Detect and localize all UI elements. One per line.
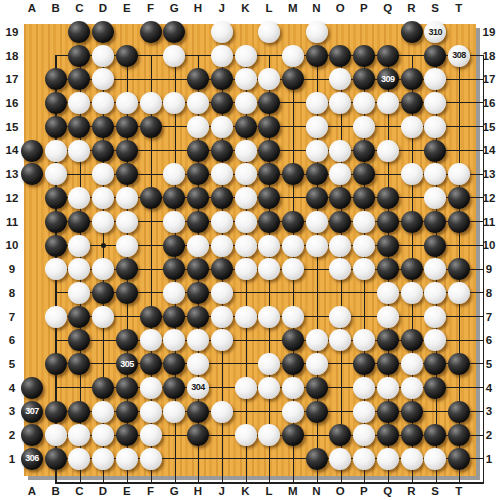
intersection-M3[interactable] (281, 400, 305, 424)
intersection-E18[interactable] (115, 44, 139, 68)
intersection-P8[interactable] (352, 281, 376, 305)
intersection-J8[interactable] (210, 281, 234, 305)
white-stone-S17[interactable] (424, 68, 446, 90)
intersection-T10[interactable] (447, 234, 471, 258)
intersection-Q2[interactable] (376, 423, 400, 447)
black-stone-C3[interactable] (68, 401, 90, 423)
white-stone-N16[interactable] (306, 92, 328, 114)
black-stone-H2[interactable] (187, 424, 209, 446)
black-stone-T12[interactable] (448, 187, 470, 209)
intersection-P16[interactable] (352, 91, 376, 115)
black-stone-E18[interactable] (116, 45, 138, 67)
intersection-L13[interactable] (257, 163, 281, 187)
black-stone-C15[interactable] (68, 116, 90, 138)
black-stone-E15[interactable] (116, 116, 138, 138)
intersection-L11[interactable] (257, 210, 281, 234)
intersection-T6[interactable] (447, 329, 471, 353)
black-stone-O11[interactable] (329, 211, 351, 233)
black-stone-E9[interactable] (116, 258, 138, 280)
white-stone-G3[interactable] (163, 401, 185, 423)
intersection-O8[interactable] (329, 281, 353, 305)
white-stone-K9[interactable] (235, 258, 257, 280)
black-stone-N1[interactable] (306, 448, 328, 470)
black-stone-T2[interactable] (448, 424, 470, 446)
white-stone-J7[interactable] (211, 306, 233, 328)
intersection-T2[interactable] (447, 423, 471, 447)
intersection-F16[interactable] (139, 91, 163, 115)
white-stone-M9[interactable] (282, 258, 304, 280)
white-stone-N6[interactable] (306, 329, 328, 351)
white-stone-T18[interactable]: 308 (448, 45, 470, 67)
intersection-H19[interactable] (186, 20, 210, 44)
white-stone-S12[interactable] (424, 187, 446, 209)
intersection-P9[interactable] (352, 257, 376, 281)
black-stone-G7[interactable] (163, 306, 185, 328)
intersection-P5[interactable] (352, 352, 376, 376)
intersection-E19[interactable] (115, 20, 139, 44)
intersection-R17[interactable] (400, 68, 424, 92)
white-stone-B2[interactable] (45, 424, 67, 446)
black-stone-R17[interactable] (401, 68, 423, 90)
black-stone-T9[interactable] (448, 258, 470, 280)
intersection-K5[interactable] (234, 352, 258, 376)
intersection-L6[interactable] (257, 329, 281, 353)
intersection-T17[interactable] (447, 68, 471, 92)
black-stone-L15[interactable] (258, 116, 280, 138)
intersection-N13[interactable] (305, 163, 329, 187)
intersection-D6[interactable] (91, 329, 115, 353)
intersection-L18[interactable] (257, 44, 281, 68)
intersection-S13[interactable] (423, 163, 447, 187)
intersection-G6[interactable] (163, 329, 187, 353)
black-stone-J17[interactable] (211, 68, 233, 90)
intersection-S4[interactable] (423, 376, 447, 400)
black-stone-M6[interactable] (282, 329, 304, 351)
intersection-T12[interactable] (447, 186, 471, 210)
intersection-P6[interactable] (352, 329, 376, 353)
white-stone-E12[interactable] (116, 187, 138, 209)
intersection-R19[interactable] (400, 20, 424, 44)
white-stone-K16[interactable] (235, 92, 257, 114)
intersection-R11[interactable] (400, 210, 424, 234)
white-stone-O13[interactable] (329, 163, 351, 185)
intersection-G2[interactable] (163, 423, 187, 447)
white-stone-Q16[interactable] (377, 92, 399, 114)
intersection-C9[interactable] (68, 257, 92, 281)
intersection-G12[interactable] (163, 186, 187, 210)
intersection-R12[interactable] (400, 186, 424, 210)
black-stone-Q5[interactable] (377, 353, 399, 375)
black-stone-M13[interactable] (282, 163, 304, 185)
intersection-C4[interactable] (68, 376, 92, 400)
intersection-P4[interactable] (352, 376, 376, 400)
white-stone-D13[interactable] (92, 163, 114, 185)
intersection-O13[interactable] (329, 163, 353, 187)
black-stone-H13[interactable] (187, 163, 209, 185)
intersection-H11[interactable] (186, 210, 210, 234)
intersection-G7[interactable] (163, 305, 187, 329)
intersection-R9[interactable] (400, 257, 424, 281)
intersection-T15[interactable] (447, 115, 471, 139)
intersection-J1[interactable] (210, 447, 234, 471)
intersection-Q13[interactable] (376, 163, 400, 187)
intersection-B11[interactable] (44, 210, 68, 234)
black-stone-A4[interactable] (21, 377, 43, 399)
intersection-R5[interactable] (400, 352, 424, 376)
white-stone-H5[interactable] (187, 353, 209, 375)
black-stone-H8[interactable] (187, 282, 209, 304)
white-stone-P10[interactable] (353, 235, 375, 257)
white-stone-P3[interactable] (353, 401, 375, 423)
intersection-D8[interactable] (91, 281, 115, 305)
intersection-M15[interactable] (281, 115, 305, 139)
intersection-H15[interactable] (186, 115, 210, 139)
white-stone-O9[interactable] (329, 258, 351, 280)
intersection-T14[interactable] (447, 139, 471, 163)
white-stone-J18[interactable] (211, 45, 233, 67)
white-stone-Q7[interactable] (377, 306, 399, 328)
intersection-Q5[interactable] (376, 352, 400, 376)
intersection-J17[interactable] (210, 68, 234, 92)
white-stone-R4[interactable] (401, 377, 423, 399)
intersection-C18[interactable] (68, 44, 92, 68)
intersection-G17[interactable] (163, 68, 187, 92)
intersection-S17[interactable] (423, 68, 447, 92)
white-stone-D9[interactable] (92, 258, 114, 280)
black-stone-E3[interactable] (116, 401, 138, 423)
intersection-H18[interactable] (186, 44, 210, 68)
intersection-L4[interactable] (257, 376, 281, 400)
intersection-K12[interactable] (234, 186, 258, 210)
intersection-P14[interactable] (352, 139, 376, 163)
intersection-O5[interactable] (329, 352, 353, 376)
white-stone-H16[interactable] (187, 92, 209, 114)
black-stone-R19[interactable] (401, 21, 423, 43)
intersection-M13[interactable] (281, 163, 305, 187)
intersection-P7[interactable] (352, 305, 376, 329)
white-stone-P9[interactable] (353, 258, 375, 280)
black-stone-K15[interactable] (235, 116, 257, 138)
intersection-C17[interactable] (68, 68, 92, 92)
intersection-F19[interactable] (139, 20, 163, 44)
black-stone-E8[interactable] (116, 282, 138, 304)
white-stone-K10[interactable] (235, 235, 257, 257)
intersection-P11[interactable] (352, 210, 376, 234)
intersection-M5[interactable] (281, 352, 305, 376)
intersection-T18[interactable]: 308 (447, 44, 471, 68)
intersection-D12[interactable] (91, 186, 115, 210)
black-stone-L12[interactable] (258, 187, 280, 209)
intersection-F11[interactable] (139, 210, 163, 234)
black-stone-B5[interactable] (45, 353, 67, 375)
intersection-R18[interactable] (400, 44, 424, 68)
intersection-D4[interactable] (91, 376, 115, 400)
intersection-L12[interactable] (257, 186, 281, 210)
intersection-K16[interactable] (234, 91, 258, 115)
white-stone-E10[interactable] (116, 235, 138, 257)
white-stone-H6[interactable] (187, 329, 209, 351)
black-stone-E6[interactable] (116, 329, 138, 351)
intersection-S18[interactable] (423, 44, 447, 68)
black-stone-P17[interactable] (353, 68, 375, 90)
intersection-J16[interactable] (210, 91, 234, 115)
intersection-J6[interactable] (210, 329, 234, 353)
black-stone-B1[interactable] (45, 448, 67, 470)
white-stone-S1[interactable] (424, 448, 446, 470)
black-stone-Q6[interactable] (377, 329, 399, 351)
black-stone-Q17[interactable]: 309 (377, 68, 399, 90)
white-stone-L7[interactable] (258, 306, 280, 328)
intersection-F5[interactable] (139, 352, 163, 376)
intersection-N11[interactable] (305, 210, 329, 234)
intersection-J15[interactable] (210, 115, 234, 139)
intersection-Q7[interactable] (376, 305, 400, 329)
black-stone-M11[interactable] (282, 211, 304, 233)
black-stone-B15[interactable] (45, 116, 67, 138)
intersection-G13[interactable] (163, 163, 187, 187)
intersection-E16[interactable] (115, 91, 139, 115)
white-stone-E16[interactable] (116, 92, 138, 114)
white-stone-N14[interactable] (306, 140, 328, 162)
intersection-J19[interactable] (210, 20, 234, 44)
black-stone-H7[interactable] (187, 306, 209, 328)
black-stone-A2[interactable] (21, 424, 43, 446)
intersection-S16[interactable] (423, 91, 447, 115)
white-stone-P11[interactable] (353, 211, 375, 233)
intersection-L15[interactable] (257, 115, 281, 139)
intersection-O11[interactable] (329, 210, 353, 234)
intersection-M8[interactable] (281, 281, 305, 305)
intersection-O1[interactable] (329, 447, 353, 471)
black-stone-L11[interactable] (258, 211, 280, 233)
black-stone-T5[interactable] (448, 353, 470, 375)
intersection-S19[interactable]: 310 (423, 20, 447, 44)
intersection-F17[interactable] (139, 68, 163, 92)
black-stone-G5[interactable] (163, 353, 185, 375)
intersection-H9[interactable] (186, 257, 210, 281)
intersection-G4[interactable] (163, 376, 187, 400)
white-stone-L19[interactable] (258, 21, 280, 43)
white-stone-J11[interactable] (211, 211, 233, 233)
intersection-C12[interactable] (68, 186, 92, 210)
black-stone-T11[interactable] (448, 211, 470, 233)
black-stone-P14[interactable] (353, 140, 375, 162)
white-stone-L4[interactable] (258, 377, 280, 399)
white-stone-B9[interactable] (45, 258, 67, 280)
white-stone-C12[interactable] (68, 187, 90, 209)
intersection-C7[interactable] (68, 305, 92, 329)
intersection-M12[interactable] (281, 186, 305, 210)
white-stone-T13[interactable] (448, 163, 470, 185)
black-stone-R3[interactable] (401, 401, 423, 423)
intersection-S3[interactable] (423, 400, 447, 424)
white-stone-S19[interactable]: 310 (424, 21, 446, 43)
white-stone-K11[interactable] (235, 211, 257, 233)
intersection-B13[interactable] (44, 163, 68, 187)
intersection-Q4[interactable] (376, 376, 400, 400)
intersection-Q11[interactable] (376, 210, 400, 234)
intersection-K3[interactable] (234, 400, 258, 424)
white-stone-D11[interactable] (92, 211, 114, 233)
intersection-N7[interactable] (305, 305, 329, 329)
black-stone-D4[interactable] (92, 377, 114, 399)
intersection-E14[interactable] (115, 139, 139, 163)
intersection-N18[interactable] (305, 44, 329, 68)
intersection-J13[interactable] (210, 163, 234, 187)
black-stone-C6[interactable] (68, 329, 90, 351)
intersection-O4[interactable] (329, 376, 353, 400)
intersection-F9[interactable] (139, 257, 163, 281)
white-stone-M3[interactable] (282, 401, 304, 423)
black-stone-E2[interactable] (116, 424, 138, 446)
intersection-G19[interactable] (163, 20, 187, 44)
black-stone-B10[interactable] (45, 235, 67, 257)
white-stone-S7[interactable] (424, 306, 446, 328)
white-stone-K12[interactable] (235, 187, 257, 209)
black-stone-Q18[interactable] (377, 45, 399, 67)
white-stone-S16[interactable] (424, 92, 446, 114)
intersection-R6[interactable] (400, 329, 424, 353)
intersection-J11[interactable] (210, 210, 234, 234)
white-stone-P15[interactable] (353, 116, 375, 138)
black-stone-A3[interactable]: 307 (21, 401, 43, 423)
intersection-K10[interactable] (234, 234, 258, 258)
white-stone-R15[interactable] (401, 116, 423, 138)
intersection-J10[interactable] (210, 234, 234, 258)
intersection-G5[interactable] (163, 352, 187, 376)
intersection-F8[interactable] (139, 281, 163, 305)
intersection-R15[interactable] (400, 115, 424, 139)
intersection-O15[interactable] (329, 115, 353, 139)
intersection-N17[interactable] (305, 68, 329, 92)
intersection-N3[interactable] (305, 400, 329, 424)
black-stone-D19[interactable] (92, 21, 114, 43)
intersection-P19[interactable] (352, 20, 376, 44)
intersection-L2[interactable] (257, 423, 281, 447)
intersection-F14[interactable] (139, 139, 163, 163)
intersection-B4[interactable] (44, 376, 68, 400)
intersection-E6[interactable] (115, 329, 139, 353)
white-stone-N5[interactable] (306, 353, 328, 375)
intersection-D5[interactable] (91, 352, 115, 376)
intersection-K2[interactable] (234, 423, 258, 447)
black-stone-O12[interactable] (329, 187, 351, 209)
intersection-N9[interactable] (305, 257, 329, 281)
white-stone-L2[interactable] (258, 424, 280, 446)
intersection-H12[interactable] (186, 186, 210, 210)
intersection-S10[interactable] (423, 234, 447, 258)
intersection-P2[interactable] (352, 423, 376, 447)
intersection-K4[interactable] (234, 376, 258, 400)
white-stone-D12[interactable] (92, 187, 114, 209)
white-stone-D18[interactable] (92, 45, 114, 67)
intersection-D18[interactable] (91, 44, 115, 68)
intersection-B16[interactable] (44, 91, 68, 115)
intersection-D1[interactable] (91, 447, 115, 471)
black-stone-S5[interactable] (424, 353, 446, 375)
white-stone-D3[interactable] (92, 401, 114, 423)
intersection-H2[interactable] (186, 423, 210, 447)
white-stone-M4[interactable] (282, 377, 304, 399)
white-stone-M7[interactable] (282, 306, 304, 328)
white-stone-H15[interactable] (187, 116, 209, 138)
intersection-K7[interactable] (234, 305, 258, 329)
black-stone-P5[interactable] (353, 353, 375, 375)
intersection-Q12[interactable] (376, 186, 400, 210)
intersection-G9[interactable] (163, 257, 187, 281)
intersection-J9[interactable] (210, 257, 234, 281)
intersection-E7[interactable] (115, 305, 139, 329)
intersection-L8[interactable] (257, 281, 281, 305)
intersection-H13[interactable] (186, 163, 210, 187)
intersection-P18[interactable] (352, 44, 376, 68)
intersection-G18[interactable] (163, 44, 187, 68)
intersection-L10[interactable] (257, 234, 281, 258)
intersection-G14[interactable] (163, 139, 187, 163)
intersection-E12[interactable] (115, 186, 139, 210)
intersection-Q6[interactable] (376, 329, 400, 353)
intersection-Q19[interactable] (376, 20, 400, 44)
white-stone-T8[interactable] (448, 282, 470, 304)
intersection-N2[interactable] (305, 423, 329, 447)
intersection-S11[interactable] (423, 210, 447, 234)
intersection-E5[interactable]: 305 (115, 352, 139, 376)
star-point-D10[interactable] (91, 234, 115, 258)
intersection-M6[interactable] (281, 329, 305, 353)
black-stone-C7[interactable] (68, 306, 90, 328)
intersection-E11[interactable] (115, 210, 139, 234)
intersection-O2[interactable] (329, 423, 353, 447)
intersection-Q9[interactable] (376, 257, 400, 281)
intersection-B2[interactable] (44, 423, 68, 447)
white-stone-C1[interactable] (68, 448, 90, 470)
white-stone-K2[interactable] (235, 424, 257, 446)
black-stone-R16[interactable] (401, 92, 423, 114)
intersection-E8[interactable] (115, 281, 139, 305)
white-stone-N15[interactable] (306, 116, 328, 138)
intersection-N19[interactable] (305, 20, 329, 44)
intersection-B14[interactable] (44, 139, 68, 163)
white-stone-L9[interactable] (258, 258, 280, 280)
white-stone-K18[interactable] (235, 45, 257, 67)
white-stone-J6[interactable] (211, 329, 233, 351)
black-stone-Q2[interactable] (377, 424, 399, 446)
intersection-D2[interactable] (91, 423, 115, 447)
intersection-R3[interactable] (400, 400, 424, 424)
intersection-N4[interactable] (305, 376, 329, 400)
white-stone-C10[interactable] (68, 235, 90, 257)
black-stone-H3[interactable] (187, 401, 209, 423)
white-stone-L10[interactable] (258, 235, 280, 257)
intersection-M14[interactable] (281, 139, 305, 163)
intersection-L19[interactable] (257, 20, 281, 44)
intersection-T9[interactable] (447, 257, 471, 281)
intersection-O12[interactable] (329, 186, 353, 210)
black-stone-C19[interactable] (68, 21, 90, 43)
intersection-F15[interactable] (139, 115, 163, 139)
black-stone-O18[interactable] (329, 45, 351, 67)
intersection-F6[interactable] (139, 329, 163, 353)
intersection-S1[interactable] (423, 447, 447, 471)
black-stone-A1[interactable]: 306 (21, 448, 43, 470)
intersection-K11[interactable] (234, 210, 258, 234)
black-stone-Q10[interactable] (377, 235, 399, 257)
intersection-C13[interactable] (68, 163, 92, 187)
white-stone-P4[interactable] (353, 377, 375, 399)
intersection-C15[interactable] (68, 115, 92, 139)
white-stone-O16[interactable] (329, 92, 351, 114)
black-stone-B11[interactable] (45, 211, 67, 233)
